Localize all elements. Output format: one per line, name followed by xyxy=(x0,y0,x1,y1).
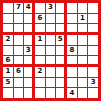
cell-r6c6[interactable] xyxy=(56,56,66,66)
cell-r1c6[interactable] xyxy=(56,3,66,13)
cell-r4c5[interactable] xyxy=(46,35,56,45)
cell-r5c5[interactable] xyxy=(46,46,56,56)
cell-r3c7[interactable] xyxy=(67,24,77,34)
cell-r2c9[interactable] xyxy=(88,14,98,24)
cell-r2c5[interactable] xyxy=(46,14,56,24)
cell-r9c1[interactable] xyxy=(3,88,13,98)
cell-r2c2[interactable] xyxy=(14,14,24,24)
cell-r6c3[interactable] xyxy=(24,56,34,66)
cell-r7c7[interactable] xyxy=(67,67,77,77)
cell-r7c8[interactable] xyxy=(78,67,88,77)
cell-r9c6[interactable] xyxy=(56,88,66,98)
cell-r6c8[interactable] xyxy=(78,56,88,66)
cell-r6c7[interactable] xyxy=(67,56,77,66)
cell-r5c6[interactable] xyxy=(56,46,66,56)
cell-r9c9[interactable] xyxy=(88,88,98,98)
cell-r2c7[interactable] xyxy=(67,14,77,24)
cell-r4c7[interactable] xyxy=(67,35,77,45)
cell-r4c3[interactable] xyxy=(24,35,34,45)
cell-r9c2[interactable] xyxy=(14,88,24,98)
cell-r8c2[interactable] xyxy=(14,78,24,88)
cell-r7c6[interactable] xyxy=(56,67,66,77)
cell-r4c8[interactable] xyxy=(78,35,88,45)
cell-r4c2[interactable] xyxy=(14,35,24,45)
cell-r4c6[interactable]: 5 xyxy=(56,35,66,45)
cell-r5c2[interactable] xyxy=(14,46,24,56)
cell-r7c3[interactable] xyxy=(24,67,34,77)
cell-r6c1[interactable]: 6 xyxy=(3,56,13,66)
cell-r9c7[interactable]: 4 xyxy=(67,88,77,98)
cell-r1c2[interactable]: 7 xyxy=(14,3,24,13)
cell-r6c9[interactable] xyxy=(88,56,98,66)
cell-r5c8[interactable] xyxy=(78,46,88,56)
cell-r6c2[interactable] xyxy=(14,56,24,66)
cell-r3c9[interactable] xyxy=(88,24,98,34)
cell-r1c9[interactable] xyxy=(88,3,98,13)
cell-r1c1[interactable] xyxy=(3,3,13,13)
cell-r8c3[interactable] xyxy=(24,78,34,88)
cell-r2c4[interactable]: 6 xyxy=(35,14,45,24)
cell-r3c5[interactable] xyxy=(46,24,56,34)
cell-r1c5[interactable]: 3 xyxy=(46,3,56,13)
cell-r3c1[interactable] xyxy=(3,24,13,34)
cell-r3c4[interactable] xyxy=(35,24,45,34)
cell-r2c3[interactable] xyxy=(24,14,34,24)
cell-r5c7[interactable]: 8 xyxy=(67,46,77,56)
cell-r4c1[interactable]: 2 xyxy=(3,35,13,45)
sudoku-board: 74361215386162534 xyxy=(0,0,101,101)
cell-r1c8[interactable] xyxy=(78,3,88,13)
cell-r7c2[interactable]: 6 xyxy=(14,67,24,77)
cell-r3c8[interactable] xyxy=(78,24,88,34)
cell-r2c1[interactable] xyxy=(3,14,13,24)
cell-r8c9[interactable]: 3 xyxy=(88,78,98,88)
cell-r1c4[interactable] xyxy=(35,3,45,13)
cell-r1c7[interactable] xyxy=(67,3,77,13)
cell-r7c5[interactable] xyxy=(46,67,56,77)
cell-r4c9[interactable] xyxy=(88,35,98,45)
cell-r8c4[interactable] xyxy=(35,78,45,88)
cell-r8c6[interactable] xyxy=(56,78,66,88)
cell-r9c5[interactable] xyxy=(46,88,56,98)
cell-r7c4[interactable]: 2 xyxy=(35,67,45,77)
cell-r8c5[interactable] xyxy=(46,78,56,88)
cell-r9c8[interactable] xyxy=(78,88,88,98)
cell-r3c6[interactable] xyxy=(56,24,66,34)
cell-r8c7[interactable] xyxy=(67,78,77,88)
cell-r5c9[interactable] xyxy=(88,46,98,56)
cell-r5c4[interactable] xyxy=(35,46,45,56)
cell-r8c1[interactable]: 5 xyxy=(3,78,13,88)
cell-r5c3[interactable]: 3 xyxy=(24,46,34,56)
cell-r6c5[interactable] xyxy=(46,56,56,66)
cell-r5c1[interactable] xyxy=(3,46,13,56)
cell-r7c1[interactable]: 1 xyxy=(3,67,13,77)
cell-r3c2[interactable] xyxy=(14,24,24,34)
cell-r9c4[interactable] xyxy=(35,88,45,98)
cell-r7c9[interactable] xyxy=(88,67,98,77)
cell-r9c3[interactable] xyxy=(24,88,34,98)
cell-r1c3[interactable]: 4 xyxy=(24,3,34,13)
cell-r3c3[interactable] xyxy=(24,24,34,34)
cell-r8c8[interactable] xyxy=(78,78,88,88)
cell-r2c6[interactable] xyxy=(56,14,66,24)
cell-r2c8[interactable]: 1 xyxy=(78,14,88,24)
cell-r6c4[interactable] xyxy=(35,56,45,66)
cell-r4c4[interactable]: 1 xyxy=(35,35,45,45)
